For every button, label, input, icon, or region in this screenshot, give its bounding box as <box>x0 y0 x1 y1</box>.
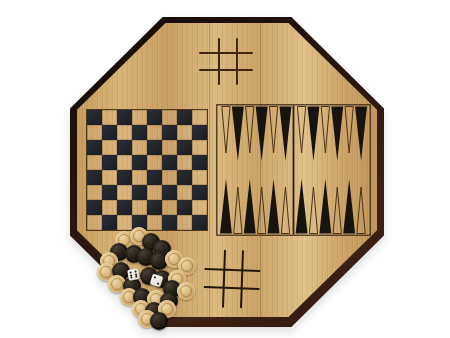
die-pip <box>129 271 131 273</box>
photo-background <box>0 0 450 338</box>
die-showing-6[interactable] <box>127 268 140 281</box>
octagonal-game-board <box>70 17 384 327</box>
die-pip <box>154 276 157 279</box>
die-pip <box>135 275 137 277</box>
light-checker-piece[interactable] <box>177 282 195 300</box>
dark-checker-piece[interactable] <box>150 312 168 330</box>
die-pip <box>130 276 132 278</box>
die-pip <box>134 270 136 272</box>
checkers-pieces-pile <box>70 17 384 327</box>
die-pip <box>157 282 160 285</box>
